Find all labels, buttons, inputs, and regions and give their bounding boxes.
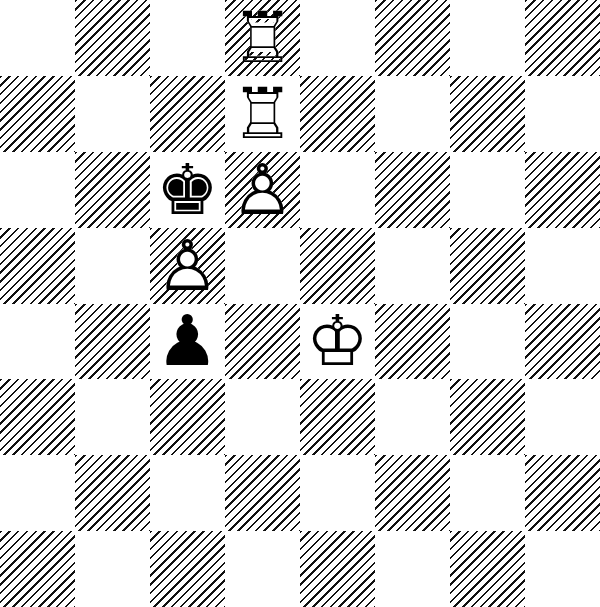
square-a6[interactable] <box>0 152 75 228</box>
square-f4[interactable] <box>375 304 450 380</box>
square-e1[interactable] <box>300 531 375 607</box>
square-d8[interactable]: ♜♖ <box>225 0 300 76</box>
square-h4[interactable] <box>525 304 600 380</box>
square-f1[interactable] <box>375 531 450 607</box>
square-e2[interactable] <box>300 455 375 531</box>
square-b5[interactable] <box>75 228 150 304</box>
square-b3[interactable] <box>75 379 150 455</box>
square-b4[interactable] <box>75 304 150 380</box>
square-d5[interactable] <box>225 228 300 304</box>
square-c4[interactable]: ♟ <box>150 304 225 380</box>
square-g3[interactable] <box>450 379 525 455</box>
square-h7[interactable] <box>525 76 600 152</box>
square-c3[interactable] <box>150 379 225 455</box>
square-e4[interactable]: ♚♔ <box>300 304 375 380</box>
square-b7[interactable] <box>75 76 150 152</box>
black-pawn: ♟ <box>150 304 225 380</box>
square-a2[interactable] <box>0 455 75 531</box>
square-a5[interactable] <box>0 228 75 304</box>
square-b1[interactable] <box>75 531 150 607</box>
square-d3[interactable] <box>225 379 300 455</box>
white-rook-fill: ♜ <box>225 76 300 152</box>
square-a1[interactable] <box>0 531 75 607</box>
square-a4[interactable] <box>0 304 75 380</box>
square-c1[interactable] <box>150 531 225 607</box>
white-king: ♔ <box>300 304 375 380</box>
square-a8[interactable] <box>0 0 75 76</box>
white-rook-fill: ♜ <box>225 0 300 76</box>
white-pawn-fill: ♟ <box>225 152 300 228</box>
square-f2[interactable] <box>375 455 450 531</box>
square-e7[interactable] <box>300 76 375 152</box>
white-pawn: ♙ <box>225 152 300 228</box>
square-d1[interactable] <box>225 531 300 607</box>
square-e6[interactable] <box>300 152 375 228</box>
square-g7[interactable] <box>450 76 525 152</box>
square-f3[interactable] <box>375 379 450 455</box>
white-king-fill: ♚ <box>300 304 375 380</box>
square-e8[interactable] <box>300 0 375 76</box>
square-d7[interactable]: ♜♖ <box>225 76 300 152</box>
square-g6[interactable] <box>450 152 525 228</box>
square-h3[interactable] <box>525 379 600 455</box>
square-h2[interactable] <box>525 455 600 531</box>
square-f8[interactable] <box>375 0 450 76</box>
square-h6[interactable] <box>525 152 600 228</box>
square-d6[interactable]: ♟♙ <box>225 152 300 228</box>
square-g2[interactable] <box>450 455 525 531</box>
white-rook: ♖ <box>225 0 300 76</box>
square-f7[interactable] <box>375 76 450 152</box>
square-d4[interactable] <box>225 304 300 380</box>
white-rook: ♖ <box>225 76 300 152</box>
square-g1[interactable] <box>450 531 525 607</box>
square-h1[interactable] <box>525 531 600 607</box>
square-g5[interactable] <box>450 228 525 304</box>
square-g8[interactable] <box>450 0 525 76</box>
white-pawn-fill: ♟ <box>150 228 225 304</box>
black-king: ♚ <box>150 152 225 228</box>
square-b8[interactable] <box>75 0 150 76</box>
square-b2[interactable] <box>75 455 150 531</box>
square-h5[interactable] <box>525 228 600 304</box>
square-a7[interactable] <box>0 76 75 152</box>
square-b6[interactable] <box>75 152 150 228</box>
square-d2[interactable] <box>225 455 300 531</box>
square-c2[interactable] <box>150 455 225 531</box>
white-pawn: ♙ <box>150 228 225 304</box>
square-c6[interactable]: ♚ <box>150 152 225 228</box>
square-e5[interactable] <box>300 228 375 304</box>
square-a3[interactable] <box>0 379 75 455</box>
square-f5[interactable] <box>375 228 450 304</box>
square-c7[interactable] <box>150 76 225 152</box>
square-c8[interactable] <box>150 0 225 76</box>
square-h8[interactable] <box>525 0 600 76</box>
chess-board: ♜♖♜♖♚♟♙♟♙♟♚♔ <box>0 0 600 607</box>
square-g4[interactable] <box>450 304 525 380</box>
square-c5[interactable]: ♟♙ <box>150 228 225 304</box>
square-f6[interactable] <box>375 152 450 228</box>
chess-diagram: ♜♖♜♖♚♟♙♟♙♟♚♔ <box>0 0 600 607</box>
square-e3[interactable] <box>300 379 375 455</box>
